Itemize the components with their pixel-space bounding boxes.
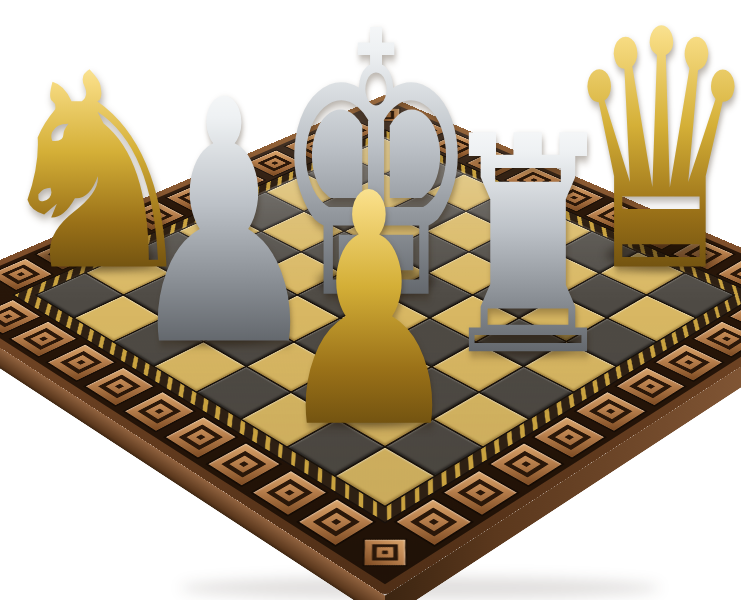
piece-gold-pawn: ♟	[274, 152, 463, 472]
pieces-layer: ♞♟♚♟♜♛	[0, 0, 741, 600]
chess-set-photo: ♞♟♚♟♜♛	[0, 0, 741, 600]
